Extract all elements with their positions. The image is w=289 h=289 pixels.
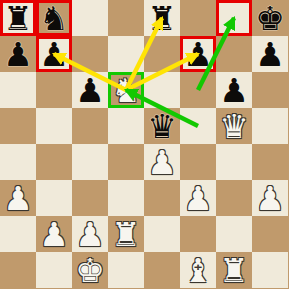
piece-white-king[interactable]: ♚ [72,252,108,288]
square-g3[interactable] [216,180,252,216]
piece-black-pawn[interactable]: ♟ [216,72,252,108]
square-h8[interactable]: ♚ [252,0,288,36]
piece-white-pawn[interactable]: ♟ [144,144,180,180]
chess-board-screenshot: ♜♞♜♚♟♟♟♟♟♞♟♛♛♟♟♟♟♟♟♜♚♝♜ [0,0,289,289]
piece-white-pawn[interactable]: ♟ [252,180,288,216]
square-a6[interactable] [0,72,36,108]
piece-white-queen[interactable]: ♛ [216,108,252,144]
square-c6[interactable]: ♟ [72,72,108,108]
square-b8[interactable]: ♞ [36,0,72,36]
square-b7[interactable]: ♟ [36,36,72,72]
square-f4[interactable] [180,144,216,180]
square-g2[interactable] [216,216,252,252]
square-d2[interactable]: ♜ [108,216,144,252]
chess-board[interactable]: ♜♞♜♚♟♟♟♟♟♞♟♛♛♟♟♟♟♟♟♜♚♝♜ [0,0,288,288]
square-c1[interactable]: ♚ [72,252,108,288]
piece-black-pawn[interactable]: ♟ [180,36,216,72]
square-e7[interactable] [144,36,180,72]
piece-white-pawn[interactable]: ♟ [72,216,108,252]
square-a7[interactable]: ♟ [0,36,36,72]
piece-white-knight[interactable]: ♞ [108,72,144,108]
piece-black-pawn[interactable]: ♟ [0,36,36,72]
square-c8[interactable] [72,0,108,36]
square-f3[interactable]: ♟ [180,180,216,216]
piece-black-rook[interactable]: ♜ [144,0,180,36]
square-a4[interactable] [0,144,36,180]
piece-black-knight[interactable]: ♞ [36,0,72,36]
square-e8[interactable]: ♜ [144,0,180,36]
piece-white-pawn[interactable]: ♟ [0,180,36,216]
square-f6[interactable] [180,72,216,108]
square-b2[interactable]: ♟ [36,216,72,252]
piece-white-pawn[interactable]: ♟ [180,180,216,216]
piece-black-pawn[interactable]: ♟ [252,36,288,72]
piece-black-queen[interactable]: ♛ [144,108,180,144]
square-g1[interactable]: ♜ [216,252,252,288]
square-a2[interactable] [0,216,36,252]
square-h3[interactable]: ♟ [252,180,288,216]
square-f7[interactable]: ♟ [180,36,216,72]
square-g6[interactable]: ♟ [216,72,252,108]
square-e3[interactable] [144,180,180,216]
square-e4[interactable]: ♟ [144,144,180,180]
square-e2[interactable] [144,216,180,252]
piece-white-rook[interactable]: ♜ [108,216,144,252]
square-h5[interactable] [252,108,288,144]
square-g5[interactable]: ♛ [216,108,252,144]
piece-black-pawn[interactable]: ♟ [36,36,72,72]
square-b3[interactable] [36,180,72,216]
piece-black-king[interactable]: ♚ [252,0,288,36]
square-f5[interactable] [180,108,216,144]
square-c5[interactable] [72,108,108,144]
square-g7[interactable] [216,36,252,72]
square-f2[interactable] [180,216,216,252]
square-c4[interactable] [72,144,108,180]
piece-white-rook[interactable]: ♜ [216,252,252,288]
square-d7[interactable] [108,36,144,72]
square-b5[interactable] [36,108,72,144]
piece-black-pawn[interactable]: ♟ [72,72,108,108]
square-g8[interactable] [216,0,252,36]
square-c7[interactable] [72,36,108,72]
square-h2[interactable] [252,216,288,252]
square-a3[interactable]: ♟ [0,180,36,216]
square-b1[interactable] [36,252,72,288]
piece-black-rook[interactable]: ♜ [0,0,36,36]
square-d1[interactable] [108,252,144,288]
square-c2[interactable]: ♟ [72,216,108,252]
square-h7[interactable]: ♟ [252,36,288,72]
square-e5[interactable]: ♛ [144,108,180,144]
square-d5[interactable] [108,108,144,144]
square-c3[interactable] [72,180,108,216]
piece-white-pawn[interactable]: ♟ [36,216,72,252]
square-e1[interactable] [144,252,180,288]
square-b6[interactable] [36,72,72,108]
square-e6[interactable] [144,72,180,108]
square-d6[interactable]: ♞ [108,72,144,108]
square-f8[interactable] [180,0,216,36]
square-a1[interactable] [0,252,36,288]
square-h4[interactable] [252,144,288,180]
square-d4[interactable] [108,144,144,180]
square-a8[interactable]: ♜ [0,0,36,36]
square-a5[interactable] [0,108,36,144]
square-d3[interactable] [108,180,144,216]
square-f1[interactable]: ♝ [180,252,216,288]
piece-white-bishop[interactable]: ♝ [180,252,216,288]
square-g4[interactable] [216,144,252,180]
square-b4[interactable] [36,144,72,180]
square-h6[interactable] [252,72,288,108]
square-d8[interactable] [108,0,144,36]
square-h1[interactable] [252,252,288,288]
